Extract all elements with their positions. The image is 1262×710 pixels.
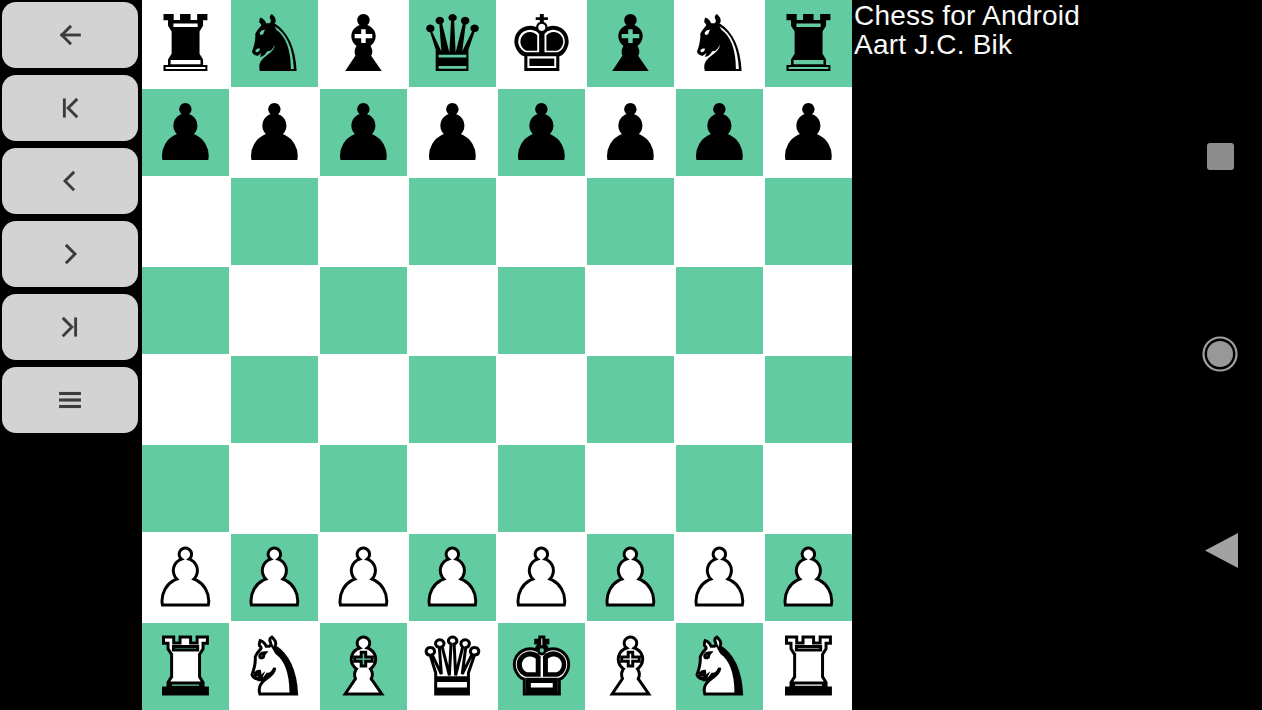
- square-h5[interactable]: [765, 267, 852, 354]
- app-title: Chess for Android Aart J.C. Bik: [854, 1, 1080, 59]
- square-h7[interactable]: ♟: [765, 89, 852, 176]
- square-a2[interactable]: ♟: [142, 534, 229, 621]
- piece-black-pawn[interactable]: ♟: [418, 94, 488, 172]
- back-button[interactable]: [2, 2, 138, 68]
- square-f5[interactable]: [587, 267, 674, 354]
- android-recents-button[interactable]: [1207, 143, 1234, 170]
- hamburger-menu-icon: [55, 385, 85, 415]
- square-e3[interactable]: [498, 445, 585, 532]
- square-d2[interactable]: ♟: [409, 534, 496, 621]
- square-d1[interactable]: ♛: [409, 623, 496, 710]
- jump-to-start-button[interactable]: [2, 75, 138, 141]
- square-h1[interactable]: ♜: [765, 623, 852, 710]
- square-g5[interactable]: [676, 267, 763, 354]
- square-a1[interactable]: ♜: [142, 623, 229, 710]
- step-forward-button[interactable]: [2, 221, 138, 287]
- square-d8[interactable]: ♛: [409, 0, 496, 87]
- app-title-line2: Aart J.C. Bik: [854, 30, 1080, 59]
- square-b4[interactable]: [231, 356, 318, 443]
- app-title-line1: Chess for Android: [854, 1, 1080, 30]
- piece-white-knight[interactable]: ♞: [685, 628, 755, 706]
- square-d4[interactable]: [409, 356, 496, 443]
- square-f4[interactable]: [587, 356, 674, 443]
- square-a5[interactable]: [142, 267, 229, 354]
- menu-button[interactable]: [2, 367, 138, 433]
- toolbar-sidebar: [0, 0, 140, 710]
- piece-black-pawn[interactable]: ♟: [240, 94, 310, 172]
- square-c7[interactable]: ♟: [320, 89, 407, 176]
- skip-to-end-icon: [55, 312, 85, 342]
- piece-black-pawn[interactable]: ♟: [507, 94, 577, 172]
- square-h3[interactable]: [765, 445, 852, 532]
- arrow-left-icon: [55, 20, 85, 50]
- square-d5[interactable]: [409, 267, 496, 354]
- piece-black-pawn[interactable]: ♟: [774, 94, 844, 172]
- square-g6[interactable]: [676, 178, 763, 265]
- square-g1[interactable]: ♞: [676, 623, 763, 710]
- square-c1[interactable]: ♝: [320, 623, 407, 710]
- piece-white-bishop[interactable]: ♝: [596, 628, 666, 706]
- piece-white-pawn[interactable]: ♟: [151, 539, 221, 617]
- piece-black-knight[interactable]: ♞: [240, 5, 310, 83]
- square-h4[interactable]: [765, 356, 852, 443]
- piece-white-pawn[interactable]: ♟: [774, 539, 844, 617]
- square-e4[interactable]: [498, 356, 585, 443]
- square-c6[interactable]: [320, 178, 407, 265]
- piece-white-bishop[interactable]: ♝: [329, 628, 399, 706]
- square-b5[interactable]: [231, 267, 318, 354]
- square-g2[interactable]: ♟: [676, 534, 763, 621]
- square-c5[interactable]: [320, 267, 407, 354]
- square-e1[interactable]: ♚: [498, 623, 585, 710]
- square-a8[interactable]: ♜: [142, 0, 229, 87]
- piece-black-rook[interactable]: ♜: [151, 5, 221, 83]
- square-d7[interactable]: ♟: [409, 89, 496, 176]
- piece-black-knight[interactable]: ♞: [685, 5, 755, 83]
- square-e7[interactable]: ♟: [498, 89, 585, 176]
- square-a6[interactable]: [142, 178, 229, 265]
- square-a3[interactable]: [142, 445, 229, 532]
- piece-black-queen[interactable]: ♛: [418, 5, 488, 83]
- square-c2[interactable]: ♟: [320, 534, 407, 621]
- square-d6[interactable]: [409, 178, 496, 265]
- square-b6[interactable]: [231, 178, 318, 265]
- chevron-left-icon: [55, 166, 85, 196]
- square-e6[interactable]: [498, 178, 585, 265]
- skip-to-start-icon: [55, 93, 85, 123]
- piece-white-pawn[interactable]: ♟: [507, 539, 577, 617]
- square-f3[interactable]: [587, 445, 674, 532]
- square-g8[interactable]: ♞: [676, 0, 763, 87]
- step-back-button[interactable]: [2, 148, 138, 214]
- square-g7[interactable]: ♟: [676, 89, 763, 176]
- piece-black-pawn[interactable]: ♟: [329, 94, 399, 172]
- square-c8[interactable]: ♝: [320, 0, 407, 87]
- piece-white-knight[interactable]: ♞: [240, 628, 310, 706]
- square-b3[interactable]: [231, 445, 318, 532]
- square-a4[interactable]: [142, 356, 229, 443]
- square-a7[interactable]: ♟: [142, 89, 229, 176]
- android-back-button[interactable]: [1205, 533, 1238, 568]
- piece-white-pawn[interactable]: ♟: [418, 539, 488, 617]
- square-c3[interactable]: [320, 445, 407, 532]
- square-b2[interactable]: ♟: [231, 534, 318, 621]
- square-e2[interactable]: ♟: [498, 534, 585, 621]
- square-e8[interactable]: ♚: [498, 0, 585, 87]
- square-e5[interactable]: [498, 267, 585, 354]
- square-f1[interactable]: ♝: [587, 623, 674, 710]
- jump-to-end-button[interactable]: [2, 294, 138, 360]
- square-g3[interactable]: [676, 445, 763, 532]
- square-f2[interactable]: ♟: [587, 534, 674, 621]
- square-f6[interactable]: [587, 178, 674, 265]
- triangle-left-icon: [1205, 533, 1238, 568]
- piece-black-pawn[interactable]: ♟: [151, 94, 221, 172]
- square-b7[interactable]: ♟: [231, 89, 318, 176]
- piece-black-pawn[interactable]: ♟: [685, 94, 755, 172]
- piece-black-bishop[interactable]: ♝: [596, 5, 666, 83]
- square-f8[interactable]: ♝: [587, 0, 674, 87]
- piece-black-rook[interactable]: ♜: [774, 5, 844, 83]
- piece-white-pawn[interactable]: ♟: [685, 539, 755, 617]
- square-c4[interactable]: [320, 356, 407, 443]
- circle-icon: [1204, 338, 1237, 371]
- chevron-right-icon: [55, 239, 85, 269]
- android-home-button[interactable]: [1201, 335, 1239, 373]
- square-h2[interactable]: ♟: [765, 534, 852, 621]
- piece-white-pawn[interactable]: ♟: [329, 539, 399, 617]
- square-h6[interactable]: [765, 178, 852, 265]
- piece-white-pawn[interactable]: ♟: [240, 539, 310, 617]
- piece-white-rook[interactable]: ♜: [774, 628, 844, 706]
- chess-board: ♜♞♝♛♚♝♞♜♟♟♟♟♟♟♟♟♟♟♟♟♟♟♟♟♜♞♝♛♚♝♞♜: [142, 0, 852, 710]
- piece-white-rook[interactable]: ♜: [151, 628, 221, 706]
- piece-black-king[interactable]: ♚: [507, 5, 577, 83]
- square-h8[interactable]: ♜: [765, 0, 852, 87]
- piece-white-pawn[interactable]: ♟: [596, 539, 666, 617]
- square-d3[interactable]: [409, 445, 496, 532]
- piece-black-pawn[interactable]: ♟: [596, 94, 666, 172]
- piece-black-bishop[interactable]: ♝: [329, 5, 399, 83]
- piece-white-king[interactable]: ♚: [507, 628, 577, 706]
- square-b8[interactable]: ♞: [231, 0, 318, 87]
- square-g4[interactable]: [676, 356, 763, 443]
- square-b1[interactable]: ♞: [231, 623, 318, 710]
- piece-white-queen[interactable]: ♛: [418, 628, 488, 706]
- square-f7[interactable]: ♟: [587, 89, 674, 176]
